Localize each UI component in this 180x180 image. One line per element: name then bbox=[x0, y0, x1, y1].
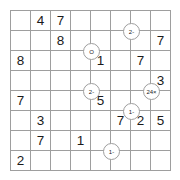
cell-r7c7[interactable] bbox=[131, 131, 151, 151]
cell-r1c8[interactable] bbox=[151, 11, 171, 31]
cell-r8c3[interactable] bbox=[51, 151, 71, 171]
mathrax-clue-circle-1-: 1- bbox=[123, 103, 140, 120]
given-digit-r1c3[interactable]: 7 bbox=[51, 11, 71, 31]
cell-r3c2[interactable] bbox=[31, 51, 51, 71]
given-digit-r7c2[interactable]: 7 bbox=[31, 131, 51, 151]
cell-r7c8[interactable] bbox=[151, 131, 171, 151]
given-digit-r5c1[interactable]: 7 bbox=[11, 91, 31, 111]
mathrax-board: 478781737537257122-O2-24×1-1- bbox=[10, 10, 171, 171]
cell-r8c7[interactable] bbox=[131, 151, 151, 171]
cell-r7c3[interactable] bbox=[51, 131, 71, 151]
cell-r4c2[interactable] bbox=[31, 71, 51, 91]
cell-r1c5[interactable] bbox=[91, 11, 111, 31]
cell-r1c4[interactable] bbox=[71, 11, 91, 31]
mathrax-clue-circle-1-: 1- bbox=[103, 143, 120, 160]
cell-r6c5[interactable] bbox=[91, 111, 111, 131]
mathrax-clue-circle-O: O bbox=[83, 43, 100, 60]
cell-r5c2[interactable] bbox=[31, 91, 51, 111]
given-digit-r2c3[interactable]: 8 bbox=[51, 31, 71, 51]
cell-r5c3[interactable] bbox=[51, 91, 71, 111]
given-digit-r6c8[interactable]: 5 bbox=[151, 111, 171, 131]
cell-r4c1[interactable] bbox=[11, 71, 31, 91]
cell-r1c1[interactable] bbox=[11, 11, 31, 31]
mathrax-clue-circle-2-: 2- bbox=[83, 83, 100, 100]
given-digit-r6c2[interactable]: 3 bbox=[31, 111, 51, 131]
cell-r4c6[interactable] bbox=[111, 71, 131, 91]
mathrax-clue-circle-2-: 2- bbox=[123, 23, 140, 40]
cell-r7c1[interactable] bbox=[11, 131, 31, 151]
cell-r2c2[interactable] bbox=[31, 31, 51, 51]
cell-r8c4[interactable] bbox=[71, 151, 91, 171]
cell-r3c6[interactable] bbox=[111, 51, 131, 71]
cell-r3c3[interactable] bbox=[51, 51, 71, 71]
cell-r2c1[interactable] bbox=[11, 31, 31, 51]
given-digit-r3c1[interactable]: 8 bbox=[11, 51, 31, 71]
cell-r8c2[interactable] bbox=[31, 151, 51, 171]
given-digit-r2c8[interactable]: 7 bbox=[151, 31, 171, 51]
cell-r8c8[interactable] bbox=[151, 151, 171, 171]
given-digit-r7c4[interactable]: 1 bbox=[71, 131, 91, 151]
given-digit-r8c1[interactable]: 2 bbox=[11, 151, 31, 171]
cell-r6c3[interactable] bbox=[51, 111, 71, 131]
cell-r3c8[interactable] bbox=[151, 51, 171, 71]
given-digit-r3c7[interactable]: 7 bbox=[131, 51, 151, 71]
cell-r6c1[interactable] bbox=[11, 111, 31, 131]
cell-r6c4[interactable] bbox=[71, 111, 91, 131]
mathrax-clue-circle-24x: 24× bbox=[143, 83, 160, 100]
given-digit-r1c2[interactable]: 4 bbox=[31, 11, 51, 31]
cell-r4c3[interactable] bbox=[51, 71, 71, 91]
